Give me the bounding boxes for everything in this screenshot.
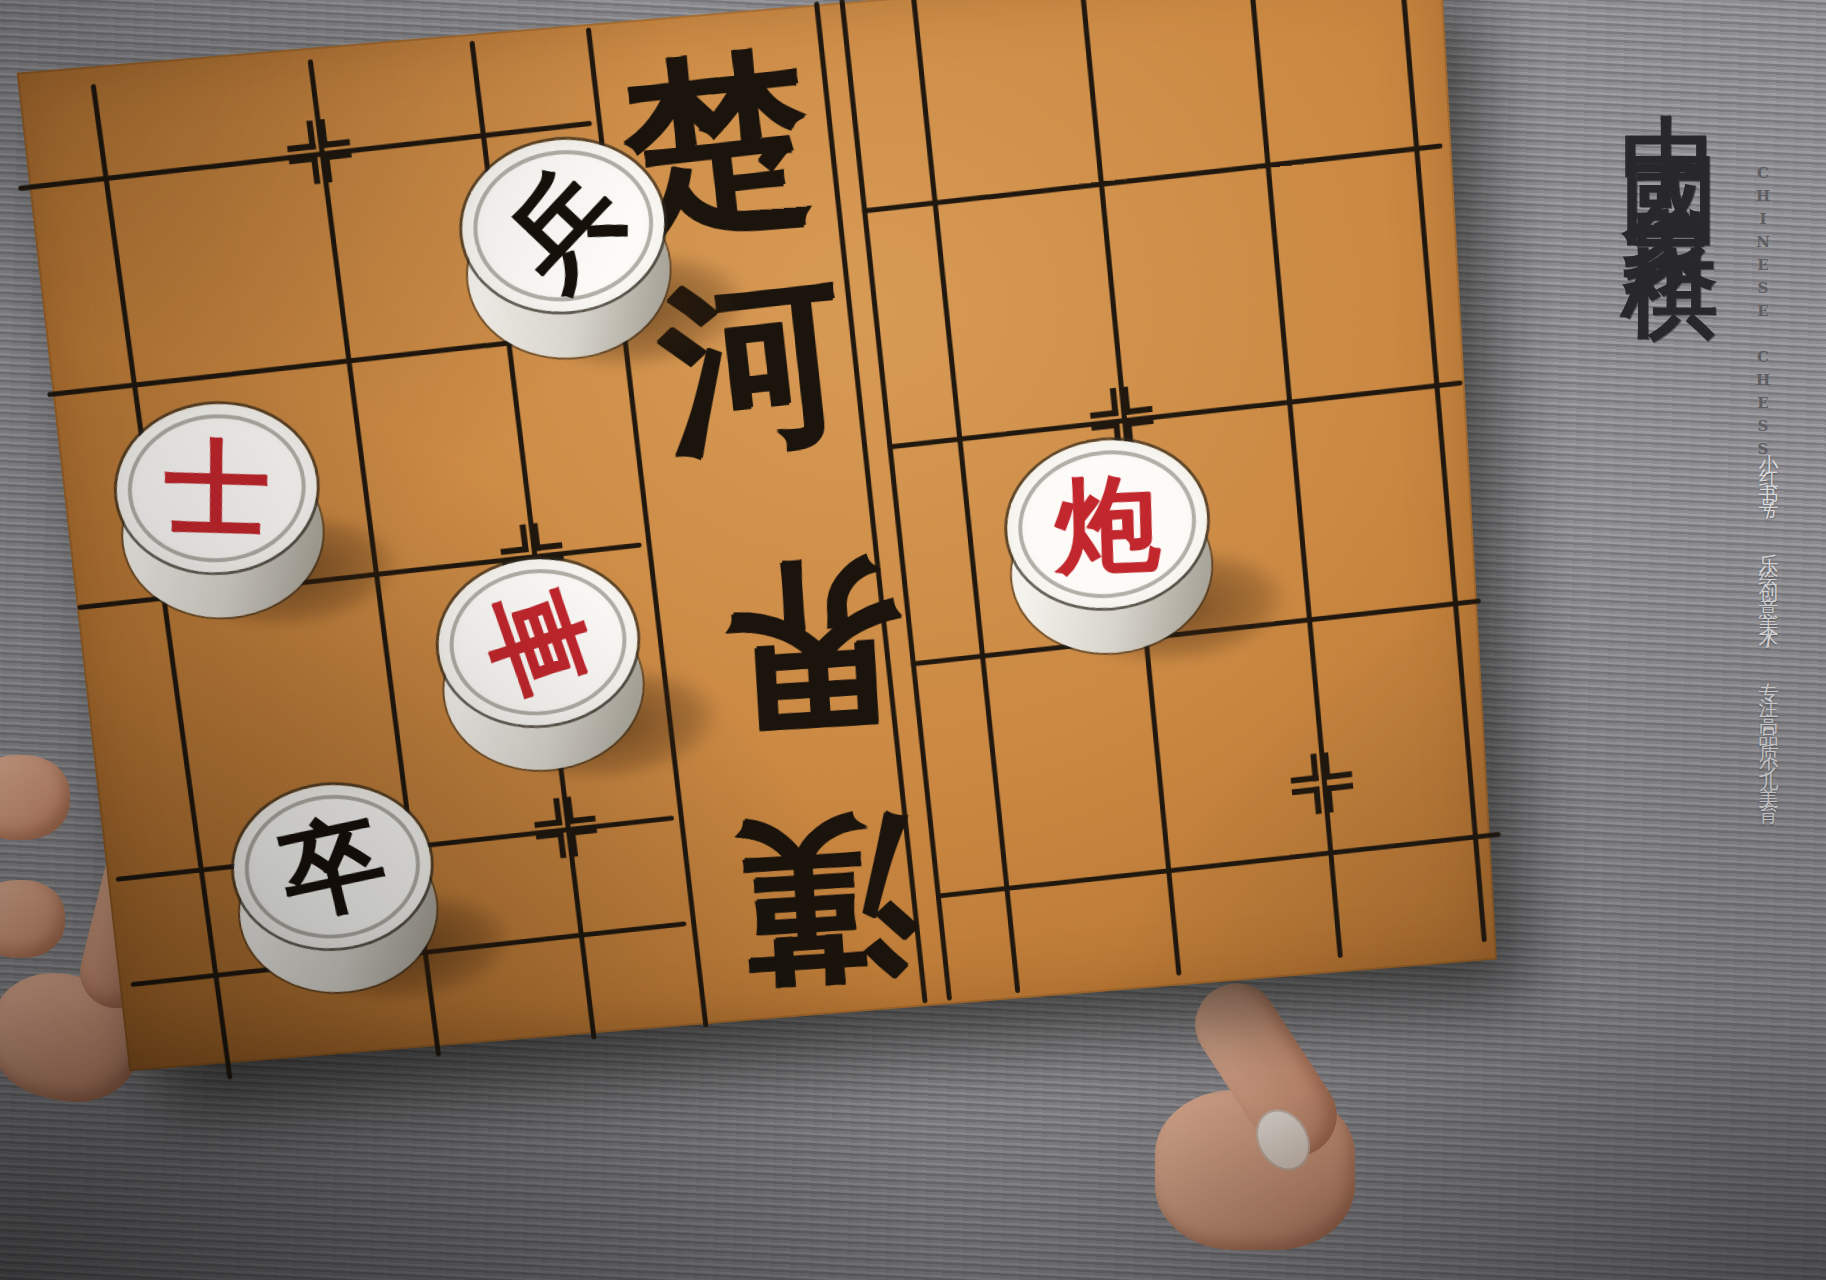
grid-line (936, 832, 1501, 899)
river-char-han-flipped: 漢 (709, 807, 945, 993)
piece-glyph: 炮 (1004, 436, 1209, 611)
point-marker (1289, 750, 1356, 817)
piece-red-cannon-pao[interactable]: 炮 (999, 430, 1219, 667)
tagline-vertical-text: 小红书号/乐绘创意美术/专注高品质少儿美育 (1756, 438, 1783, 1158)
piece-black-soldier-zu[interactable]: 卒 (224, 775, 447, 1006)
river-char-jie-flipped: 界 (694, 552, 933, 742)
point-marker (532, 794, 600, 860)
piece-glyph: 士 (116, 402, 317, 575)
piece-red-chariot-ju[interactable]: 車 (429, 549, 653, 784)
subtitle-english: CHINESE CHESS (1754, 164, 1772, 464)
xiangqi-board: 楚 河 界 漢 兵 士 車 (17, 0, 1497, 1071)
board-drawing: 楚 河 界 漢 兵 士 車 (5, 0, 1510, 1089)
page-title-chinese-chess: 中國象棋 (1606, 36, 1736, 1036)
piece-red-advisor-shi[interactable]: 士 (106, 394, 333, 632)
piece-black-soldier-bing[interactable]: 兵 (452, 129, 679, 372)
point-marker (284, 117, 355, 187)
grid-line (862, 143, 1443, 214)
